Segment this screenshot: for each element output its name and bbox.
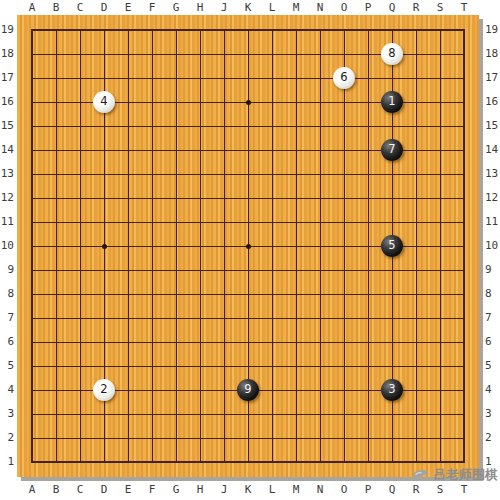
intersection-A19[interactable] [20,18,44,42]
intersection-N13[interactable] [308,162,332,186]
intersection-L5[interactable] [260,354,284,378]
intersection-T11[interactable] [452,210,476,234]
intersection-B11[interactable] [44,210,68,234]
intersection-P4[interactable] [356,378,380,402]
intersection-J17[interactable] [212,66,236,90]
intersection-P13[interactable] [356,162,380,186]
intersection-T8[interactable] [452,282,476,306]
intersection-E11[interactable] [116,210,140,234]
intersection-Q4[interactable]: 3 [380,378,404,402]
intersection-T13[interactable] [452,162,476,186]
intersection-N18[interactable] [308,42,332,66]
intersection-N2[interactable] [308,426,332,450]
intersection-E1[interactable] [116,450,140,474]
intersection-M17[interactable] [284,66,308,90]
intersection-H8[interactable] [188,282,212,306]
intersection-H11[interactable] [188,210,212,234]
intersection-A6[interactable] [20,330,44,354]
intersection-L13[interactable] [260,162,284,186]
intersection-D5[interactable] [92,354,116,378]
intersection-D2[interactable] [92,426,116,450]
intersection-D1[interactable] [92,450,116,474]
intersection-R2[interactable] [404,426,428,450]
intersection-Q3[interactable] [380,402,404,426]
intersection-S3[interactable] [428,402,452,426]
intersection-A18[interactable] [20,42,44,66]
intersection-P11[interactable] [356,210,380,234]
intersection-S16[interactable] [428,90,452,114]
intersection-Q11[interactable] [380,210,404,234]
intersection-J15[interactable] [212,114,236,138]
intersection-B16[interactable] [44,90,68,114]
intersection-L8[interactable] [260,282,284,306]
intersection-T16[interactable] [452,90,476,114]
intersection-H1[interactable] [188,450,212,474]
intersection-P14[interactable] [356,138,380,162]
intersection-N5[interactable] [308,354,332,378]
intersection-M7[interactable] [284,306,308,330]
intersection-N19[interactable] [308,18,332,42]
intersection-N9[interactable] [308,258,332,282]
intersection-P3[interactable] [356,402,380,426]
intersection-Q10[interactable]: 5 [380,234,404,258]
intersection-G11[interactable] [164,210,188,234]
intersection-G13[interactable] [164,162,188,186]
intersection-C12[interactable] [68,186,92,210]
intersection-E10[interactable] [116,234,140,258]
intersection-Q14[interactable]: 7 [380,138,404,162]
intersection-H4[interactable] [188,378,212,402]
intersection-D19[interactable] [92,18,116,42]
intersection-J6[interactable] [212,330,236,354]
intersection-F13[interactable] [140,162,164,186]
intersection-H2[interactable] [188,426,212,450]
intersection-F17[interactable] [140,66,164,90]
intersection-K16[interactable] [236,90,260,114]
intersection-O16[interactable] [332,90,356,114]
intersection-A3[interactable] [20,402,44,426]
intersection-A17[interactable] [20,66,44,90]
intersection-E7[interactable] [116,306,140,330]
intersection-E18[interactable] [116,42,140,66]
intersection-M18[interactable] [284,42,308,66]
intersection-J7[interactable] [212,306,236,330]
intersection-F12[interactable] [140,186,164,210]
intersection-Q2[interactable] [380,426,404,450]
intersection-M13[interactable] [284,162,308,186]
intersection-S14[interactable] [428,138,452,162]
intersection-J9[interactable] [212,258,236,282]
intersection-A5[interactable] [20,354,44,378]
intersection-T9[interactable] [452,258,476,282]
intersection-J10[interactable] [212,234,236,258]
intersection-E6[interactable] [116,330,140,354]
intersection-B19[interactable] [44,18,68,42]
intersection-D16[interactable]: 4 [92,90,116,114]
intersection-G16[interactable] [164,90,188,114]
intersection-B9[interactable] [44,258,68,282]
intersection-L14[interactable] [260,138,284,162]
intersection-M11[interactable] [284,210,308,234]
intersection-R12[interactable] [404,186,428,210]
intersection-A13[interactable] [20,162,44,186]
intersection-O10[interactable] [332,234,356,258]
intersection-C1[interactable] [68,450,92,474]
intersection-H9[interactable] [188,258,212,282]
intersection-F8[interactable] [140,282,164,306]
intersection-K12[interactable] [236,186,260,210]
intersection-D3[interactable] [92,402,116,426]
intersection-K4[interactable]: 9 [236,378,260,402]
intersection-K11[interactable] [236,210,260,234]
intersection-S19[interactable] [428,18,452,42]
intersection-H18[interactable] [188,42,212,66]
intersection-B8[interactable] [44,282,68,306]
intersection-D9[interactable] [92,258,116,282]
intersection-B2[interactable] [44,426,68,450]
intersection-A7[interactable] [20,306,44,330]
intersection-Q1[interactable] [380,450,404,474]
intersection-P5[interactable] [356,354,380,378]
intersection-P18[interactable] [356,42,380,66]
intersection-Q12[interactable] [380,186,404,210]
intersection-R16[interactable] [404,90,428,114]
intersection-G7[interactable] [164,306,188,330]
intersection-Q7[interactable] [380,306,404,330]
intersection-B13[interactable] [44,162,68,186]
intersection-M14[interactable] [284,138,308,162]
intersection-M9[interactable] [284,258,308,282]
intersection-Q8[interactable] [380,282,404,306]
intersection-P8[interactable] [356,282,380,306]
intersection-G14[interactable] [164,138,188,162]
intersection-T7[interactable] [452,306,476,330]
intersection-O8[interactable] [332,282,356,306]
intersection-A14[interactable] [20,138,44,162]
intersection-J8[interactable] [212,282,236,306]
intersection-N17[interactable] [308,66,332,90]
intersection-T3[interactable] [452,402,476,426]
intersection-S15[interactable] [428,114,452,138]
intersection-F2[interactable] [140,426,164,450]
intersection-A9[interactable] [20,258,44,282]
intersection-C13[interactable] [68,162,92,186]
intersection-D18[interactable] [92,42,116,66]
intersection-M6[interactable] [284,330,308,354]
intersection-G8[interactable] [164,282,188,306]
intersection-K8[interactable] [236,282,260,306]
intersection-A12[interactable] [20,186,44,210]
intersection-A16[interactable] [20,90,44,114]
intersection-J11[interactable] [212,210,236,234]
intersection-F1[interactable] [140,450,164,474]
intersection-P9[interactable] [356,258,380,282]
intersection-K9[interactable] [236,258,260,282]
intersection-L12[interactable] [260,186,284,210]
intersection-T18[interactable] [452,42,476,66]
intersection-R8[interactable] [404,282,428,306]
intersection-C11[interactable] [68,210,92,234]
intersection-A15[interactable] [20,114,44,138]
intersection-R7[interactable] [404,306,428,330]
intersection-H15[interactable] [188,114,212,138]
intersection-E5[interactable] [116,354,140,378]
intersection-N16[interactable] [308,90,332,114]
intersection-G3[interactable] [164,402,188,426]
intersection-J12[interactable] [212,186,236,210]
intersection-J19[interactable] [212,18,236,42]
intersection-H14[interactable] [188,138,212,162]
intersection-F15[interactable] [140,114,164,138]
intersection-C14[interactable] [68,138,92,162]
intersection-K15[interactable] [236,114,260,138]
intersection-O1[interactable] [332,450,356,474]
intersection-B18[interactable] [44,42,68,66]
intersection-N10[interactable] [308,234,332,258]
intersection-J5[interactable] [212,354,236,378]
intersection-C6[interactable] [68,330,92,354]
intersection-C10[interactable] [68,234,92,258]
intersection-K17[interactable] [236,66,260,90]
intersection-E19[interactable] [116,18,140,42]
intersection-H17[interactable] [188,66,212,90]
intersection-T4[interactable] [452,378,476,402]
intersection-G9[interactable] [164,258,188,282]
intersection-K2[interactable] [236,426,260,450]
intersection-O18[interactable] [332,42,356,66]
intersection-D6[interactable] [92,330,116,354]
intersection-Q13[interactable] [380,162,404,186]
intersection-J2[interactable] [212,426,236,450]
intersection-P15[interactable] [356,114,380,138]
intersection-A11[interactable] [20,210,44,234]
intersection-R19[interactable] [404,18,428,42]
intersection-N1[interactable] [308,450,332,474]
intersection-P17[interactable] [356,66,380,90]
intersection-G2[interactable] [164,426,188,450]
intersection-R4[interactable] [404,378,428,402]
intersection-A8[interactable] [20,282,44,306]
intersection-S5[interactable] [428,354,452,378]
intersection-N14[interactable] [308,138,332,162]
intersection-M4[interactable] [284,378,308,402]
intersection-K7[interactable] [236,306,260,330]
intersection-F11[interactable] [140,210,164,234]
intersection-O5[interactable] [332,354,356,378]
intersection-D11[interactable] [92,210,116,234]
intersection-O11[interactable] [332,210,356,234]
intersection-M16[interactable] [284,90,308,114]
intersection-L9[interactable] [260,258,284,282]
intersection-Q16[interactable]: 1 [380,90,404,114]
intersection-E8[interactable] [116,282,140,306]
intersection-C3[interactable] [68,402,92,426]
intersection-L7[interactable] [260,306,284,330]
intersection-M1[interactable] [284,450,308,474]
intersection-E17[interactable] [116,66,140,90]
intersection-Q5[interactable] [380,354,404,378]
intersection-T17[interactable] [452,66,476,90]
intersection-F6[interactable] [140,330,164,354]
intersection-K5[interactable] [236,354,260,378]
intersection-E15[interactable] [116,114,140,138]
intersection-T5[interactable] [452,354,476,378]
intersection-K19[interactable] [236,18,260,42]
intersection-Q19[interactable] [380,18,404,42]
intersection-H7[interactable] [188,306,212,330]
intersection-M8[interactable] [284,282,308,306]
intersection-L17[interactable] [260,66,284,90]
intersection-B3[interactable] [44,402,68,426]
intersection-G17[interactable] [164,66,188,90]
intersection-S18[interactable] [428,42,452,66]
intersection-P19[interactable] [356,18,380,42]
intersection-C15[interactable] [68,114,92,138]
intersection-R11[interactable] [404,210,428,234]
intersection-P12[interactable] [356,186,380,210]
intersection-G4[interactable] [164,378,188,402]
intersection-O17[interactable]: 6 [332,66,356,90]
intersection-O14[interactable] [332,138,356,162]
intersection-F16[interactable] [140,90,164,114]
intersection-N12[interactable] [308,186,332,210]
intersection-H16[interactable] [188,90,212,114]
intersection-N8[interactable] [308,282,332,306]
intersection-R15[interactable] [404,114,428,138]
intersection-F4[interactable] [140,378,164,402]
intersection-O3[interactable] [332,402,356,426]
intersection-C7[interactable] [68,306,92,330]
intersection-R5[interactable] [404,354,428,378]
intersection-N7[interactable] [308,306,332,330]
intersection-S6[interactable] [428,330,452,354]
intersection-D12[interactable] [92,186,116,210]
intersection-P16[interactable] [356,90,380,114]
intersection-R13[interactable] [404,162,428,186]
intersection-M5[interactable] [284,354,308,378]
intersection-H12[interactable] [188,186,212,210]
intersection-K3[interactable] [236,402,260,426]
intersection-S2[interactable] [428,426,452,450]
intersection-A4[interactable] [20,378,44,402]
intersection-S10[interactable] [428,234,452,258]
intersection-T12[interactable] [452,186,476,210]
intersection-P2[interactable] [356,426,380,450]
intersection-D15[interactable] [92,114,116,138]
intersection-K10[interactable] [236,234,260,258]
intersection-C16[interactable] [68,90,92,114]
intersection-B5[interactable] [44,354,68,378]
intersection-N3[interactable] [308,402,332,426]
intersection-F19[interactable] [140,18,164,42]
intersection-M10[interactable] [284,234,308,258]
intersection-L2[interactable] [260,426,284,450]
intersection-B7[interactable] [44,306,68,330]
intersection-E13[interactable] [116,162,140,186]
intersection-H5[interactable] [188,354,212,378]
intersection-F18[interactable] [140,42,164,66]
intersection-T6[interactable] [452,330,476,354]
intersection-E3[interactable] [116,402,140,426]
intersection-C4[interactable] [68,378,92,402]
intersection-E12[interactable] [116,186,140,210]
intersection-P10[interactable] [356,234,380,258]
intersection-E16[interactable] [116,90,140,114]
intersection-H10[interactable] [188,234,212,258]
intersection-C19[interactable] [68,18,92,42]
intersection-R3[interactable] [404,402,428,426]
intersection-C9[interactable] [68,258,92,282]
intersection-B12[interactable] [44,186,68,210]
intersection-G5[interactable] [164,354,188,378]
intersection-B15[interactable] [44,114,68,138]
intersection-S7[interactable] [428,306,452,330]
intersection-J3[interactable] [212,402,236,426]
intersection-M19[interactable] [284,18,308,42]
intersection-J14[interactable] [212,138,236,162]
intersection-G18[interactable] [164,42,188,66]
intersection-O2[interactable] [332,426,356,450]
intersection-O4[interactable] [332,378,356,402]
intersection-E4[interactable] [116,378,140,402]
intersection-G6[interactable] [164,330,188,354]
intersection-L19[interactable] [260,18,284,42]
intersection-K13[interactable] [236,162,260,186]
intersection-D7[interactable] [92,306,116,330]
intersection-R6[interactable] [404,330,428,354]
intersection-H6[interactable] [188,330,212,354]
intersection-D14[interactable] [92,138,116,162]
intersection-K1[interactable] [236,450,260,474]
intersection-H3[interactable] [188,402,212,426]
intersection-F5[interactable] [140,354,164,378]
intersection-S8[interactable] [428,282,452,306]
intersection-D17[interactable] [92,66,116,90]
intersection-K18[interactable] [236,42,260,66]
intersection-T15[interactable] [452,114,476,138]
intersection-E14[interactable] [116,138,140,162]
intersection-M2[interactable] [284,426,308,450]
intersection-C18[interactable] [68,42,92,66]
intersection-N15[interactable] [308,114,332,138]
intersection-N6[interactable] [308,330,332,354]
intersection-S4[interactable] [428,378,452,402]
intersection-G19[interactable] [164,18,188,42]
intersection-Q6[interactable] [380,330,404,354]
intersection-K14[interactable] [236,138,260,162]
intersection-N4[interactable] [308,378,332,402]
intersection-B1[interactable] [44,450,68,474]
intersection-M12[interactable] [284,186,308,210]
intersection-S9[interactable] [428,258,452,282]
intersection-S17[interactable] [428,66,452,90]
intersection-L10[interactable] [260,234,284,258]
intersection-R17[interactable] [404,66,428,90]
intersection-R9[interactable] [404,258,428,282]
intersection-J18[interactable] [212,42,236,66]
intersection-R10[interactable] [404,234,428,258]
intersection-G1[interactable] [164,450,188,474]
intersection-B14[interactable] [44,138,68,162]
intersection-D8[interactable] [92,282,116,306]
intersection-O9[interactable] [332,258,356,282]
intersection-D10[interactable] [92,234,116,258]
intersection-L11[interactable] [260,210,284,234]
intersection-B4[interactable] [44,378,68,402]
intersection-J1[interactable] [212,450,236,474]
intersection-L1[interactable] [260,450,284,474]
intersection-L3[interactable] [260,402,284,426]
